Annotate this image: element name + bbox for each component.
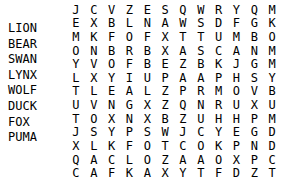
grid-cell-r5c11[interactable]: G [245,57,263,71]
grid-cell-r5c12[interactable]: M [263,57,281,71]
grid-cell-r6c6[interactable]: P [156,71,174,85]
grid-cell-r9c5[interactable]: X [138,112,156,126]
grid-cell-r8c12[interactable]: U [263,98,281,112]
grid-cell-r12c11[interactable]: P [245,153,263,167]
grid-cell-r7c10[interactable]: O [228,85,246,99]
letter-grid: JCVZESQWRYQMEXBLNAWSDFGKMKFOFXTTUMBOONBR… [67,3,281,180]
grid-cell-r12c10[interactable]: X [228,153,246,167]
grid-cell-r13c8[interactable]: T [192,166,210,180]
grid-cell-r6c2[interactable]: X [85,71,103,85]
grid-cell-r5c7[interactable]: Z [174,57,192,71]
grid-cell-r4c11[interactable]: N [245,44,263,58]
grid-cell-r13c3[interactable]: F [103,166,121,180]
grid-cell-r8c10[interactable]: U [228,98,246,112]
grid-cell-r3c4[interactable]: O [121,30,139,44]
grid-cell-r9c3[interactable]: X [103,112,121,126]
word-list-item-lion: LION [8,21,37,37]
grid-cell-r7c1[interactable]: T [67,85,85,99]
grid-cell-r1c3[interactable]: V [103,3,121,17]
grid-cell-r3c8[interactable]: T [192,30,210,44]
grid-cell-r8c7[interactable]: Q [174,98,192,112]
grid-cell-r2c1[interactable]: E [67,17,85,31]
grid-cell-r11c5[interactable]: O [138,139,156,153]
grid-cell-r2c3[interactable]: B [103,17,121,31]
grid-cell-r10c2[interactable]: S [85,126,103,140]
grid-cell-r8c5[interactable]: X [138,98,156,112]
grid-cell-r13c11[interactable]: Z [245,166,263,180]
grid-cell-r7c7[interactable]: P [174,85,192,99]
grid-cell-r10c6[interactable]: W [156,126,174,140]
grid-cell-r13c2[interactable]: A [85,166,103,180]
grid-cell-r1c5[interactable]: E [138,3,156,17]
grid-cell-r11c1[interactable]: X [67,139,85,153]
grid-cell-r11c10[interactable]: P [228,139,246,153]
grid-cell-r4c5[interactable]: B [138,44,156,58]
grid-cell-r7c8[interactable]: R [192,85,210,99]
grid-cell-r1c4[interactable]: Z [121,3,139,17]
grid-cell-r11c3[interactable]: K [103,139,121,153]
grid-cell-r10c1[interactable]: J [67,126,85,140]
grid-cell-r9c1[interactable]: T [67,112,85,126]
grid-cell-r2c12[interactable]: K [263,17,281,31]
grid-cell-r2c6[interactable]: A [156,17,174,31]
grid-cell-r3c6[interactable]: X [156,30,174,44]
grid-cell-r2c2[interactable]: X [85,17,103,31]
word-search-puzzle: LIONBEARSWANLYNXWOLFDUCKFOXPUMA JCVZESQW… [0,0,283,187]
grid-cell-r10c7[interactable]: J [174,126,192,140]
grid-cell-r11c7[interactable]: C [174,139,192,153]
grid-cell-r4c4[interactable]: R [121,44,139,58]
grid-cell-r6c7[interactable]: A [174,71,192,85]
grid-cell-r10c5[interactable]: S [138,126,156,140]
grid-cell-r4c2[interactable]: N [85,44,103,58]
grid-cell-r10c11[interactable]: G [245,126,263,140]
grid-cell-r5c4[interactable]: F [121,57,139,71]
grid-cell-r13c1[interactable]: C [67,166,85,180]
grid-cell-r10c10[interactable]: E [228,126,246,140]
grid-cell-r13c9[interactable]: F [210,166,228,180]
grid-cell-r11c6[interactable]: T [156,139,174,153]
grid-cell-r4c10[interactable]: A [228,44,246,58]
grid-cell-r2c4[interactable]: L [121,17,139,31]
grid-cell-r5c6[interactable]: E [156,57,174,71]
grid-cell-r7c6[interactable]: Z [156,85,174,99]
grid-cell-r12c3[interactable]: C [103,153,121,167]
grid-cell-r3c2[interactable]: K [85,30,103,44]
grid-cell-r4c3[interactable]: B [103,44,121,58]
word-list-item-swan: SWAN [8,52,37,68]
grid-cell-r1c10[interactable]: Y [228,3,246,17]
grid-cell-r12c8[interactable]: A [192,153,210,167]
grid-cell-r12c1[interactable]: Q [67,153,85,167]
grid-cell-r12c4[interactable]: L [121,153,139,167]
grid-cell-r1c6[interactable]: S [156,3,174,17]
grid-cell-r7c5[interactable]: L [138,85,156,99]
grid-cell-r1c12[interactable]: M [263,3,281,17]
word-list-item-bear: BEAR [8,37,37,53]
grid-cell-r7c11[interactable]: V [245,85,263,99]
grid-cell-r7c9[interactable]: M [210,85,228,99]
grid-cell-r8c2[interactable]: V [85,98,103,112]
grid-cell-r11c8[interactable]: O [192,139,210,153]
grid-cell-r3c12[interactable]: O [263,30,281,44]
grid-cell-r3c3[interactable]: F [103,30,121,44]
grid-cell-r8c11[interactable]: X [245,98,263,112]
grid-cell-r4c6[interactable]: X [156,44,174,58]
grid-cell-r6c12[interactable]: Y [263,71,281,85]
grid-cell-r11c12[interactable]: D [263,139,281,153]
grid-cell-r4c12[interactable]: M [263,44,281,58]
grid-cell-r9c12[interactable]: M [263,112,281,126]
word-list-item-fox: FOX [8,115,37,131]
grid-cell-r5c2[interactable]: V [85,57,103,71]
grid-cell-r10c9[interactable]: Y [210,126,228,140]
grid-cell-r11c9[interactable]: K [210,139,228,153]
grid-cell-r7c2[interactable]: L [85,85,103,99]
grid-cell-r2c7[interactable]: W [174,17,192,31]
grid-cell-r8c8[interactable]: N [192,98,210,112]
grid-cell-r2c8[interactable]: S [192,17,210,31]
grid-cell-r8c1[interactable]: U [67,98,85,112]
word-list-item-puma: PUMA [8,130,37,146]
word-list: LIONBEARSWANLYNXWOLFDUCKFOXPUMA [8,21,37,146]
grid-cell-r8c3[interactable]: N [103,98,121,112]
grid-cell-r9c6[interactable]: B [156,112,174,126]
grid-cell-r10c3[interactable]: Y [103,126,121,140]
grid-cell-r7c12[interactable]: B [263,85,281,99]
grid-cell-r4c9[interactable]: C [210,44,228,58]
grid-cell-r5c5[interactable]: B [138,57,156,71]
grid-cell-r12c12[interactable]: C [263,153,281,167]
grid-cell-r4c8[interactable]: S [192,44,210,58]
grid-cell-r9c10[interactable]: H [228,112,246,126]
grid-cell-r11c4[interactable]: F [121,139,139,153]
grid-cell-r6c9[interactable]: P [210,71,228,85]
grid-cell-r5c1[interactable]: Y [67,57,85,71]
grid-cell-r3c5[interactable]: F [138,30,156,44]
grid-cell-r3c10[interactable]: M [228,30,246,44]
grid-cell-r9c11[interactable]: P [245,112,263,126]
grid-cell-r7c3[interactable]: E [103,85,121,99]
grid-cell-r1c2[interactable]: C [85,3,103,17]
grid-cell-r8c9[interactable]: R [210,98,228,112]
grid-cell-r9c9[interactable]: H [210,112,228,126]
grid-cell-r9c8[interactable]: U [192,112,210,126]
grid-cell-r6c5[interactable]: U [138,71,156,85]
grid-cell-r13c5[interactable]: A [138,166,156,180]
grid-cell-r13c6[interactable]: X [156,166,174,180]
grid-cell-r9c4[interactable]: N [121,112,139,126]
grid-cell-r1c1[interactable]: J [67,3,85,17]
grid-cell-r10c8[interactable]: C [192,126,210,140]
grid-cell-r5c8[interactable]: B [192,57,210,71]
word-list-item-lynx: LYNX [8,68,37,84]
grid-cell-r8c6[interactable]: Z [156,98,174,112]
grid-cell-r12c7[interactable]: A [174,153,192,167]
grid-cell-r13c12[interactable]: T [263,166,281,180]
grid-cell-r1c9[interactable]: R [210,3,228,17]
grid-cell-r12c2[interactable]: A [85,153,103,167]
grid-cell-r1c8[interactable]: W [192,3,210,17]
grid-cell-r11c11[interactable]: N [245,139,263,153]
grid-cell-r3c9[interactable]: U [210,30,228,44]
grid-cell-r3c11[interactable]: B [245,30,263,44]
grid-cell-r6c3[interactable]: Y [103,71,121,85]
grid-cell-r12c5[interactable]: O [138,153,156,167]
grid-cell-r12c6[interactable]: Z [156,153,174,167]
grid-cell-r3c1[interactable]: M [67,30,85,44]
grid-cell-r5c9[interactable]: K [210,57,228,71]
grid-cell-r1c7[interactable]: Q [174,3,192,17]
grid-cell-r6c10[interactable]: H [228,71,246,85]
grid-cell-r4c1[interactable]: O [67,44,85,58]
grid-cell-r8c4[interactable]: G [121,98,139,112]
grid-cell-r2c5[interactable]: N [138,17,156,31]
grid-cell-r6c8[interactable]: A [192,71,210,85]
word-list-item-wolf: WOLF [8,83,37,99]
grid-cell-r9c2[interactable]: O [85,112,103,126]
grid-cell-r11c2[interactable]: L [85,139,103,153]
grid-cell-r4c7[interactable]: A [174,44,192,58]
grid-cell-r10c4[interactable]: P [121,126,139,140]
grid-cell-r13c7[interactable]: Y [174,166,192,180]
grid-cell-r6c4[interactable]: I [121,71,139,85]
grid-cell-r5c10[interactable]: J [228,57,246,71]
grid-cell-r3c7[interactable]: T [174,30,192,44]
grid-cell-r2c9[interactable]: D [210,17,228,31]
grid-cell-r1c11[interactable]: Q [245,3,263,17]
grid-cell-r10c12[interactable]: D [263,126,281,140]
grid-cell-r13c4[interactable]: K [121,166,139,180]
grid-cell-r9c7[interactable]: Z [174,112,192,126]
word-list-item-duck: DUCK [8,99,37,115]
grid-cell-r6c11[interactable]: S [245,71,263,85]
grid-cell-r2c10[interactable]: F [228,17,246,31]
grid-cell-r7c4[interactable]: A [121,85,139,99]
grid-cell-r5c3[interactable]: O [103,57,121,71]
grid-cell-r2c11[interactable]: G [245,17,263,31]
grid-cell-r6c1[interactable]: L [67,71,85,85]
grid-cell-r13c10[interactable]: D [228,166,246,180]
grid-cell-r12c9[interactable]: O [210,153,228,167]
